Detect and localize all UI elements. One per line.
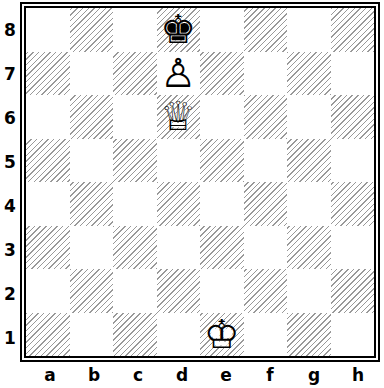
board-frame: ♚♟♙♛♕♚♔ [20, 2, 380, 362]
square-b2[interactable] [70, 269, 114, 313]
white-pawn-icon: ♙ [157, 52, 201, 96]
rank-label-2: 2 [0, 272, 20, 316]
square-c7[interactable] [113, 52, 157, 96]
square-g1[interactable] [287, 313, 331, 357]
file-label-h: h [336, 362, 380, 388]
square-f2[interactable] [244, 269, 288, 313]
piece-white-pawn[interactable]: ♟♙ [157, 52, 201, 96]
rank-labels: 87654321 [0, 0, 20, 362]
square-e5[interactable] [200, 139, 244, 183]
square-f3[interactable] [244, 226, 288, 270]
rank-label-6: 6 [0, 96, 20, 140]
rank-label-3: 3 [0, 228, 20, 272]
black-king-icon: ♚ [157, 8, 201, 52]
square-c5[interactable] [113, 139, 157, 183]
square-h7[interactable] [331, 52, 375, 96]
square-d4[interactable] [157, 182, 201, 226]
white-king-icon: ♔ [200, 313, 244, 357]
square-c4[interactable] [113, 182, 157, 226]
rank-label-7: 7 [0, 52, 20, 96]
square-f8[interactable] [244, 8, 288, 52]
square-f7[interactable] [244, 52, 288, 96]
square-h3[interactable] [331, 226, 375, 270]
square-h6[interactable] [331, 95, 375, 139]
square-b5[interactable] [70, 139, 114, 183]
square-f4[interactable] [244, 182, 288, 226]
piece-black-king[interactable]: ♚ [157, 8, 201, 52]
square-c6[interactable] [113, 95, 157, 139]
square-c1[interactable] [113, 313, 157, 357]
square-e4[interactable] [200, 182, 244, 226]
square-b6[interactable] [70, 95, 114, 139]
square-d1[interactable] [157, 313, 201, 357]
square-a8[interactable] [26, 8, 70, 52]
square-h4[interactable] [331, 182, 375, 226]
file-label-c: c [116, 362, 160, 388]
square-e1[interactable]: ♚♔ [200, 313, 244, 357]
rank-label-5: 5 [0, 140, 20, 184]
square-h1[interactable] [331, 313, 375, 357]
square-g7[interactable] [287, 52, 331, 96]
square-g8[interactable] [287, 8, 331, 52]
square-c8[interactable] [113, 8, 157, 52]
square-c3[interactable] [113, 226, 157, 270]
square-b4[interactable] [70, 182, 114, 226]
square-e3[interactable] [200, 226, 244, 270]
square-g5[interactable] [287, 139, 331, 183]
square-b1[interactable] [70, 313, 114, 357]
square-e2[interactable] [200, 269, 244, 313]
square-a3[interactable] [26, 226, 70, 270]
piece-white-queen[interactable]: ♛♕ [157, 95, 201, 139]
file-label-e: e [204, 362, 248, 388]
square-g2[interactable] [287, 269, 331, 313]
file-label-f: f [248, 362, 292, 388]
square-e6[interactable] [200, 95, 244, 139]
square-g3[interactable] [287, 226, 331, 270]
file-label-d: d [160, 362, 204, 388]
chess-board: ♚♟♙♛♕♚♔ [24, 6, 376, 358]
square-a4[interactable] [26, 182, 70, 226]
square-h8[interactable] [331, 8, 375, 52]
square-h2[interactable] [331, 269, 375, 313]
square-a5[interactable] [26, 139, 70, 183]
square-d2[interactable] [157, 269, 201, 313]
square-g6[interactable] [287, 95, 331, 139]
square-g4[interactable] [287, 182, 331, 226]
square-b8[interactable] [70, 8, 114, 52]
square-d7[interactable]: ♟♙ [157, 52, 201, 96]
square-b3[interactable] [70, 226, 114, 270]
file-labels: abcdefgh [20, 362, 384, 388]
square-d3[interactable] [157, 226, 201, 270]
square-f5[interactable] [244, 139, 288, 183]
square-a7[interactable] [26, 52, 70, 96]
rank-label-4: 4 [0, 184, 20, 228]
square-e7[interactable] [200, 52, 244, 96]
square-h5[interactable] [331, 139, 375, 183]
square-c2[interactable] [113, 269, 157, 313]
square-f6[interactable] [244, 95, 288, 139]
file-label-a: a [28, 362, 72, 388]
square-a1[interactable] [26, 313, 70, 357]
square-a2[interactable] [26, 269, 70, 313]
square-d5[interactable] [157, 139, 201, 183]
square-f1[interactable] [244, 313, 288, 357]
rank-label-1: 1 [0, 316, 20, 360]
rank-label-8: 8 [0, 8, 20, 52]
square-e8[interactable] [200, 8, 244, 52]
piece-white-king[interactable]: ♚♔ [200, 313, 244, 357]
square-b7[interactable] [70, 52, 114, 96]
square-a6[interactable] [26, 95, 70, 139]
file-label-g: g [292, 362, 336, 388]
white-queen-icon: ♕ [157, 95, 201, 139]
file-label-b: b [72, 362, 116, 388]
square-d8[interactable]: ♚ [157, 8, 201, 52]
chess-diagram: 87654321 ♚♟♙♛♕♚♔ abcdefgh [0, 0, 384, 388]
square-d6[interactable]: ♛♕ [157, 95, 201, 139]
